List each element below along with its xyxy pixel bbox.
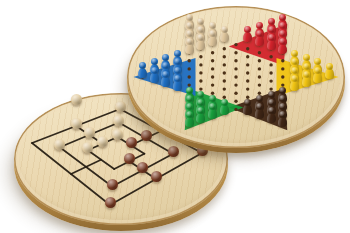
peg-natural [196,34,206,50]
peg-yellow [289,75,299,91]
peg-natural [208,30,218,46]
peg-light [97,136,108,147]
peg-natural [219,26,229,42]
peg-green [208,103,218,119]
peg-yellow [301,71,311,87]
peg-blue [149,67,159,83]
peg-brown [266,107,276,123]
peg-brown [278,111,288,127]
peg-light [113,115,124,126]
peg-light [112,129,123,140]
peg-red [266,34,276,50]
peg-red [278,38,288,54]
peg-dark [105,197,116,208]
checkers-board-face [127,6,345,148]
peg-green [219,99,229,115]
peg-dark [151,171,162,182]
peg-yellow [313,67,323,83]
chinese-checkers-board [127,6,345,148]
peg-light-loose [71,94,82,105]
peg-dark [107,179,118,190]
peg-green [196,107,206,123]
peg-green [184,111,194,127]
peg-light [84,127,95,138]
peg-brown [243,99,253,115]
product-photo [0,0,350,233]
peg-red [254,30,264,46]
peg-brown [254,103,264,119]
peg-light [115,101,126,112]
peg-light [71,118,82,129]
peg-blue [173,75,183,91]
peg-natural [184,38,194,54]
peg-blue [137,62,147,78]
peg-red [243,26,253,42]
peg-yellow [325,63,335,79]
peg-blue [161,71,171,87]
